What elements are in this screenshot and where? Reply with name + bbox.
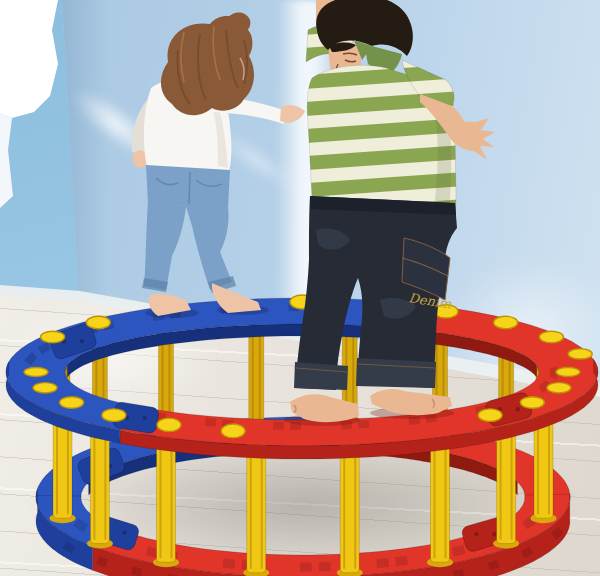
scene-art: Denim xyxy=(0,0,600,576)
photo-scene: Denim xyxy=(0,0,600,576)
yellow-button xyxy=(86,316,110,329)
yellow-button xyxy=(568,349,592,359)
connector-dimple xyxy=(143,416,147,420)
yellow-button xyxy=(41,331,65,343)
yellow-button xyxy=(478,409,502,422)
boy-figure: Denim xyxy=(284,0,495,426)
connector-dimple xyxy=(474,532,478,536)
yellow-button xyxy=(102,409,126,422)
yellow-button xyxy=(520,397,544,409)
post-flute xyxy=(259,329,261,429)
yellow-button xyxy=(33,383,57,393)
yellow-button xyxy=(547,383,571,393)
balance-post xyxy=(249,325,264,433)
yellow-button xyxy=(60,397,84,409)
girl-right-hand xyxy=(280,105,305,123)
girl-right-leg xyxy=(184,200,232,290)
connector-dimple xyxy=(122,531,126,535)
yellow-button xyxy=(157,418,181,431)
yellow-button xyxy=(24,368,48,377)
yellow-button xyxy=(494,316,518,329)
post-flute xyxy=(252,329,254,429)
connector-dimple xyxy=(516,407,520,411)
girl-left-leg xyxy=(144,202,186,290)
yellow-button xyxy=(221,424,245,438)
girl-figure xyxy=(132,13,305,319)
yellow-button xyxy=(556,368,580,377)
yellow-button xyxy=(539,331,563,343)
connector-dimple xyxy=(492,532,496,536)
connector-dimple xyxy=(80,339,84,343)
